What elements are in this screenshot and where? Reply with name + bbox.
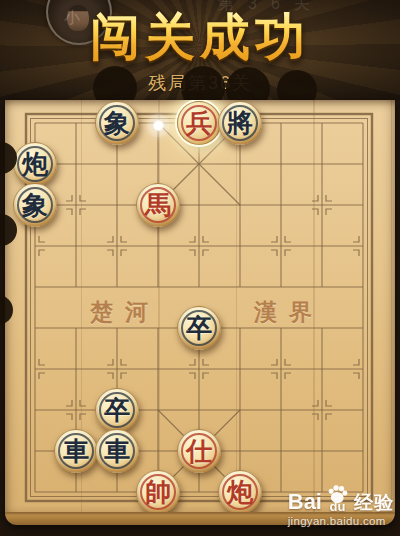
piece-glyph: 卒: [178, 307, 220, 349]
level-complete-screen: 第36关 小 闯关成功 残局第36关 楚河 漢界 象兵將炮象馬卒卒車車仕帥炮 B…: [0, 0, 400, 536]
watermark-brand: Bai du 经验: [288, 485, 394, 512]
piece-glyph: 象: [96, 102, 138, 144]
brand-paw-stack: du: [324, 485, 351, 512]
piece-帥-red[interactable]: 帥: [136, 470, 180, 514]
piece-glyph: 仕: [178, 430, 220, 472]
move-origin-dot: [153, 120, 164, 131]
brand-prefix: Bai: [288, 492, 322, 512]
piece-車-black[interactable]: 車: [54, 429, 98, 473]
piece-兵-red[interactable]: 兵: [177, 101, 221, 145]
baidu-paw-icon: [326, 484, 349, 506]
watermark-url: jingyan.baidu.com: [288, 515, 394, 527]
piece-卒-black[interactable]: 卒: [177, 306, 221, 350]
piece-炮-black[interactable]: 炮: [13, 142, 57, 186]
piece-車-black[interactable]: 車: [95, 429, 139, 473]
baidu-jingyan-watermark: Bai du 经验 jingyan.baidu.com: [288, 485, 394, 527]
brand-cjk: 经验: [354, 493, 394, 512]
piece-glyph: 象: [14, 184, 56, 226]
piece-glyph: 車: [55, 430, 97, 472]
piece-卒-black[interactable]: 卒: [95, 388, 139, 432]
piece-glyph: 車: [96, 430, 138, 472]
river-label-left: 楚河: [78, 297, 160, 328]
piece-glyph: 兵: [178, 102, 220, 144]
piece-象-black[interactable]: 象: [13, 183, 57, 227]
piece-glyph: 炮: [219, 471, 261, 513]
piece-仕-red[interactable]: 仕: [177, 429, 221, 473]
board-surface: 楚河 漢界 象兵將炮象馬卒卒車車仕帥炮: [5, 100, 395, 512]
piece-glyph: 將: [219, 102, 261, 144]
page-title: 闯关成功: [0, 8, 400, 66]
piece-將-black[interactable]: 將: [218, 101, 262, 145]
piece-glyph: 帥: [137, 471, 179, 513]
piece-glyph: 馬: [137, 184, 179, 226]
piece-glyph: 炮: [14, 143, 56, 185]
piece-glyph: 卒: [96, 389, 138, 431]
xiangqi-board[interactable]: 楚河 漢界 象兵將炮象馬卒卒車車仕帥炮: [5, 100, 395, 525]
piece-馬-red[interactable]: 馬: [136, 183, 180, 227]
piece-象-black[interactable]: 象: [95, 101, 139, 145]
piece-炮-red[interactable]: 炮: [218, 470, 262, 514]
river-label-right: 漢界: [242, 297, 324, 328]
